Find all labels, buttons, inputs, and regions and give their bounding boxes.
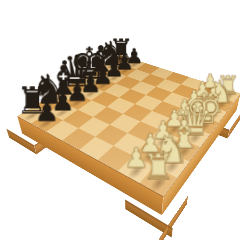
black-rook: ♜ xyxy=(99,12,143,59)
chess-set-photo: ♜♞♝♛♚♝♞♜♟♟♟♟♟♟♟♟♟♟♟♟♟♟♟♟♜♞♝♛♚♝♞♜ xyxy=(0,0,240,240)
